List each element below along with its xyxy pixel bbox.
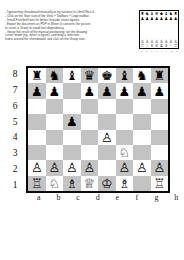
white-pawn-piece: ♙ [31,161,43,174]
black-rook-piece: ♜ [31,69,43,82]
black-pawn-piece: ♟ [101,84,113,97]
file-label-f: f [127,193,147,202]
board-square-f2[interactable]: ♙ [116,160,134,175]
white-knight-piece: ♘ [145,44,149,48]
white-knight-piece: ♘ [118,146,130,159]
board-square-h7[interactable]: ♟ [151,83,169,98]
board-square-c3[interactable] [63,145,81,160]
board-square-b4[interactable] [46,130,64,145]
board-square-c5[interactable]: ♟ [63,114,81,129]
chessboard[interactable]: ♜♞♝♛♚♝♞♜♟♟♟♟♟♟♟♟♙♘♙♙♙♙♙♙♙♖♘♗♕♔♗♖ [26,66,170,193]
white-pawn-piece: ♙ [136,161,148,174]
black-knight-piece: ♞ [136,69,148,82]
board-square-f8[interactable]: ♝ [116,68,134,83]
board-square-h3[interactable] [151,145,169,160]
mini-file-label-h: h [174,50,179,53]
board-square-b6[interactable] [46,99,64,114]
rank-label-6: 6 [6,101,24,111]
white-bishop-piece: ♗ [66,176,78,189]
board-square-e2[interactable] [98,160,116,175]
board-square-b5[interactable] [46,114,64,129]
board-square-d3[interactable] [81,145,99,160]
board-square-d8[interactable]: ♛ [81,68,99,83]
board-square-f4[interactable] [116,130,134,145]
board-square-c7[interactable] [63,83,81,98]
board-square-h2[interactable]: ♙ [151,160,169,175]
board-square-a8[interactable]: ♜ [28,68,46,83]
board-square-d4[interactable] [81,130,99,145]
white-knight-piece: ♘ [169,44,173,48]
board-square-a5[interactable] [28,114,46,129]
black-pawn-piece: ♟ [136,84,148,97]
white-bishop-piece: ♗ [118,176,130,189]
board-square-e4[interactable]: ♙ [98,130,116,145]
rank-label-4: 4 [6,132,24,142]
file-labels: abcdefgh [29,193,184,202]
white-queen-piece: ♕ [83,176,95,189]
black-bishop-piece: ♝ [66,69,78,82]
rank-label-7: 7 [6,85,24,95]
board-square-b7[interactable]: ♟ [46,83,64,98]
board-square-g7[interactable]: ♟ [133,83,151,98]
white-knight-piece: ♘ [48,176,60,189]
white-pawn-piece: ♙ [153,161,165,174]
board-square-b1[interactable]: ♘ [46,176,64,191]
board-square-b3[interactable] [46,145,64,160]
black-pawn-piece: ♟ [48,84,60,97]
file-label-d: d [88,193,108,202]
white-bishop-piece: ♗ [150,44,154,48]
black-queen-piece: ♛ [83,69,95,82]
black-rook-piece: ♜ [153,69,165,82]
board-square-f5[interactable] [116,114,134,129]
document-page: - Typesetting chessboard manually or by … [0,0,184,260]
board-square-h6[interactable] [151,99,169,114]
mini-square-h1: ♖ [173,43,178,48]
board-square-e6[interactable] [98,99,116,114]
black-pawn-piece: ♟ [66,115,78,128]
board-square-e1[interactable]: ♔ [98,176,116,191]
board-square-c6[interactable] [63,99,81,114]
board-square-e3[interactable] [98,145,116,160]
board-square-g3[interactable] [133,145,151,160]
white-rook-piece: ♖ [31,176,43,189]
board-square-g2[interactable]: ♙ [133,160,151,175]
file-label-e: e [108,193,128,202]
board-square-g5[interactable] [133,114,151,129]
rank-label-1: 1 [6,180,24,190]
white-pawn-piece: ♙ [101,130,113,143]
black-pawn-piece: ♟ [31,84,43,97]
file-label-a: a [29,193,49,202]
board-square-e8[interactable]: ♚ [98,68,116,83]
white-queen-piece: ♕ [155,44,159,48]
board-square-d1[interactable]: ♕ [81,176,99,191]
board-square-a6[interactable] [28,99,46,114]
board-square-a7[interactable]: ♟ [28,83,46,98]
black-knight-piece: ♞ [48,69,60,82]
file-label-c: c [68,193,88,202]
black-pawn-piece: ♟ [83,84,95,97]
board-square-g1[interactable] [133,176,151,191]
board-square-c4[interactable] [63,130,81,145]
board-square-h8[interactable]: ♜ [151,68,169,83]
board-square-d7[interactable]: ♟ [81,83,99,98]
board-square-g6[interactable] [133,99,151,114]
board-square-f7[interactable]: ♟ [116,83,134,98]
instruction-line: frame around the chessboard, and click o… [5,37,140,41]
board-square-h1[interactable]: ♖ [151,176,169,191]
file-label-h: h [166,193,184,202]
board-square-g8[interactable]: ♞ [133,68,151,83]
mini-file-labels: abcdefgh [139,50,179,53]
white-bishop-piece: ♗ [164,44,168,48]
white-king-piece: ♔ [159,44,163,48]
instruction-list: - Typesetting chessboard manually or by … [5,10,140,41]
white-pawn-piece: ♙ [83,161,95,174]
file-label-g: g [147,193,167,202]
board-square-d6[interactable] [81,99,99,114]
board-square-d5[interactable] [81,114,99,129]
white-rook-piece: ♖ [140,44,144,48]
rank-label-8: 8 [6,69,24,79]
board-square-b8[interactable]: ♞ [46,68,64,83]
rank-label-5: 5 [6,117,24,127]
board-square-e5[interactable] [98,114,116,129]
board-square-a4[interactable] [28,130,46,145]
board-square-f3[interactable]: ♘ [116,145,134,160]
board-square-h5[interactable] [151,114,169,129]
black-pawn-piece: ♟ [118,84,130,97]
board-square-c8[interactable]: ♝ [63,68,81,83]
board-square-a2[interactable]: ♙ [28,160,46,175]
board-square-c1[interactable]: ♗ [63,176,81,191]
board-square-e7[interactable]: ♟ [98,83,116,98]
white-pawn-piece: ♙ [66,161,78,174]
black-pawn-piece: ♟ [153,84,165,97]
board-square-f1[interactable]: ♗ [116,176,134,191]
white-pawn-piece: ♙ [48,161,60,174]
board-square-a3[interactable] [28,145,46,160]
white-rook-piece: ♖ [174,44,178,48]
board-square-a1[interactable]: ♖ [28,176,46,191]
board-square-g4[interactable] [133,130,151,145]
file-label-b: b [49,193,69,202]
board-square-d2[interactable]: ♙ [81,160,99,175]
rank-label-2: 2 [6,164,24,174]
black-king-piece: ♚ [101,69,113,82]
rank-labels: 87654321 [6,66,24,193]
mini-chessboard-thumbnail[interactable]: ♜♞♝♛♚♝♞♜♟♟♟♟♟♟♟♟♙♙♙♙♙♙♙♙♖♘♗♕♔♗♘♖ abcdefg… [139,10,179,53]
board-square-b2[interactable]: ♙ [46,160,64,175]
white-rook-piece: ♖ [153,176,165,189]
rank-label-3: 3 [6,148,24,158]
mini-chessboard: ♜♞♝♛♚♝♞♜♟♟♟♟♟♟♟♟♙♙♙♙♙♙♙♙♖♘♗♕♔♗♘♖ [139,10,179,49]
white-pawn-piece: ♙ [118,161,130,174]
board-square-c2[interactable]: ♙ [63,160,81,175]
board-square-f6[interactable] [116,99,134,114]
white-king-piece: ♔ [101,176,113,189]
board-square-h4[interactable] [151,130,169,145]
black-bishop-piece: ♝ [118,69,130,82]
